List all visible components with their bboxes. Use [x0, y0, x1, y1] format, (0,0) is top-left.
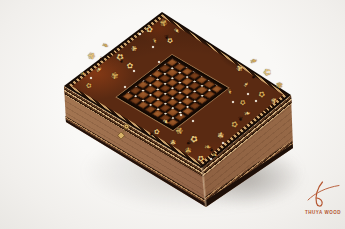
floral-inlay-icon: ✿	[239, 98, 248, 107]
dark-leaf-inlay: ❦	[98, 55, 105, 63]
floral-inlay-icon: ✿	[256, 90, 266, 100]
pearl-dot-inlay	[232, 101, 234, 103]
floral-inlay-icon: ✾	[235, 64, 244, 74]
floral-inlay-icon: ✾	[276, 82, 283, 91]
floral-inlay-icon: ✿	[230, 120, 239, 130]
pearl-dot-inlay	[268, 71, 270, 73]
pearl-dot-inlay	[180, 114, 182, 116]
floral-inlay-icon: ❧	[150, 36, 159, 45]
dark-leaf-inlay: ❦	[149, 131, 155, 138]
brand-flourish-t-icon	[305, 181, 341, 209]
floral-inlay-icon: ✾	[182, 146, 192, 156]
dark-leaf-inlay: ❦	[118, 57, 125, 64]
floral-inlay-icon: ✿	[188, 134, 200, 146]
floral-inlay-icon: ✿	[261, 67, 273, 79]
floral-inlay-icon: ❧	[226, 87, 235, 95]
pearl-dot-inlay	[124, 86, 126, 88]
floral-inlay-icon: ❧	[243, 109, 252, 119]
floral-inlay-icon: ❧	[204, 143, 212, 152]
pearl-dot-inlay	[210, 158, 212, 160]
pearl-dot-inlay	[158, 61, 160, 63]
keyhole-escutcheon-icon	[112, 120, 138, 146]
floral-inlay-icon: ✾	[130, 44, 139, 53]
pearl-dot-inlay	[152, 46, 154, 48]
floral-inlay-icon: ✾	[216, 131, 226, 141]
pearl-dot-inlay	[192, 120, 194, 122]
floral-inlay-icon: ✾	[87, 51, 97, 62]
floral-inlay-icon: ❧	[241, 80, 250, 89]
pearl-dot-inlay	[247, 93, 249, 95]
dark-leaf-inlay: ❦	[238, 116, 243, 122]
floral-inlay-icon: ✾	[159, 18, 169, 29]
floral-inlay-icon: ❧	[101, 41, 110, 50]
product-photo: ✾❧✿❧✾✿❧✾✿✿✾❧❧✿✾❧✿✾❧✿✾❧❧✾✿❧✾✿❧✾✿❧✾✿✿❦❦❦❦❦…	[0, 0, 345, 229]
floral-inlay-icon: ✾	[174, 126, 185, 138]
dark-leaf-inlay: ❦	[185, 139, 193, 147]
floral-inlay-icon: ✿	[84, 81, 93, 90]
floral-inlay-icon: ❧	[94, 65, 104, 75]
floral-inlay-icon: ✿	[153, 128, 160, 136]
pearl-dot-inlay	[222, 142, 224, 144]
floral-inlay-icon: ✿	[114, 52, 126, 64]
floral-inlay-icon: ❧	[171, 26, 181, 36]
floral-inlay-icon: ❧	[211, 150, 218, 158]
dark-leaf-inlay: ❦	[164, 34, 170, 41]
floral-inlay-icon: ✾	[168, 138, 177, 147]
dark-leaf-inlay: ❦	[250, 73, 257, 80]
floral-inlay-icon: ✾	[110, 71, 119, 81]
floral-inlay-icon: ❧	[161, 117, 170, 127]
floral-inlay-icon: ✾	[270, 96, 277, 104]
floral-inlay-icon: ❧	[79, 70, 86, 78]
pearl-dot-inlay	[90, 77, 92, 79]
floral-inlay-icon: ✿	[165, 36, 174, 45]
lid-floral-decor: ✾❧✿❧✾✿❧✾✿✿✾❧❧✿✾❧✿✾❧✿✾❧❧✾✿❧✾✿❧✾✿❧✾✿✿❦❦❦❦❦…	[0, 0, 345, 229]
pearl-dot-inlay	[139, 33, 141, 35]
brand-logo-text: THUYA WOOD	[303, 210, 343, 215]
floral-inlay-icon: ✿	[196, 154, 206, 164]
pearl-dot-inlay	[255, 100, 257, 102]
pearl-dot-inlay	[133, 70, 135, 72]
floral-inlay-icon: ✿	[145, 25, 153, 34]
floral-inlay-icon: ❧	[248, 56, 259, 67]
brand-logo: THUYA WOOD	[303, 181, 343, 221]
dark-leaf-inlay: ❦	[208, 146, 216, 154]
